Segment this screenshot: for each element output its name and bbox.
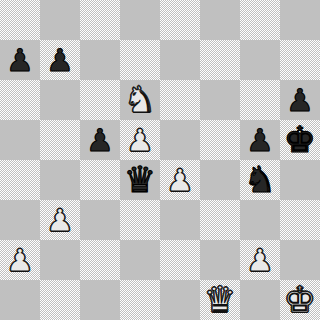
square-b3[interactable]: ♟ [40,200,80,240]
square-c3[interactable] [80,200,120,240]
square-g1[interactable] [240,280,280,320]
square-a7[interactable]: ♟ [0,40,40,80]
piece-white-king-h1[interactable]: ♚ [284,280,316,320]
piece-white-knight-d6[interactable]: ♞ [124,80,156,120]
square-c6[interactable] [80,80,120,120]
piece-black-pawn-a7[interactable]: ♟ [6,40,34,80]
square-b1[interactable] [40,280,80,320]
square-b5[interactable] [40,120,80,160]
square-b4[interactable] [40,160,80,200]
piece-white-pawn-g2[interactable]: ♟ [246,240,274,280]
square-f3[interactable] [200,200,240,240]
square-d4[interactable]: ♛ [120,160,160,200]
square-f4[interactable] [200,160,240,200]
piece-black-pawn-c5[interactable]: ♟ [86,120,114,160]
square-e1[interactable] [160,280,200,320]
square-d6[interactable]: ♞ [120,80,160,120]
square-e8[interactable] [160,0,200,40]
square-f7[interactable] [200,40,240,80]
piece-black-knight-g4[interactable]: ♞ [244,160,276,200]
square-e3[interactable] [160,200,200,240]
square-a3[interactable] [0,200,40,240]
square-h3[interactable] [280,200,320,240]
square-b2[interactable] [40,240,80,280]
square-c2[interactable] [80,240,120,280]
square-a6[interactable] [0,80,40,120]
square-h2[interactable] [280,240,320,280]
square-e2[interactable] [160,240,200,280]
square-c4[interactable] [80,160,120,200]
square-a2[interactable]: ♟ [0,240,40,280]
square-a5[interactable] [0,120,40,160]
square-d7[interactable] [120,40,160,80]
square-f2[interactable] [200,240,240,280]
piece-black-pawn-h6[interactable]: ♟ [286,80,314,120]
square-g6[interactable] [240,80,280,120]
piece-white-pawn-b3[interactable]: ♟ [46,200,74,240]
square-e7[interactable] [160,40,200,80]
piece-black-pawn-b7[interactable]: ♟ [46,40,74,80]
square-f8[interactable] [200,0,240,40]
square-d2[interactable] [120,240,160,280]
square-c7[interactable] [80,40,120,80]
piece-white-pawn-d5[interactable]: ♟ [126,120,154,160]
square-c5[interactable]: ♟ [80,120,120,160]
square-g5[interactable]: ♟ [240,120,280,160]
square-a1[interactable] [0,280,40,320]
square-b8[interactable] [40,0,80,40]
square-c1[interactable] [80,280,120,320]
piece-white-pawn-a2[interactable]: ♟ [6,240,34,280]
square-c8[interactable] [80,0,120,40]
square-d1[interactable] [120,280,160,320]
square-f5[interactable] [200,120,240,160]
square-b6[interactable] [40,80,80,120]
piece-black-pawn-g5[interactable]: ♟ [246,120,274,160]
square-g7[interactable] [240,40,280,80]
square-h4[interactable] [280,160,320,200]
square-a8[interactable] [0,0,40,40]
square-h8[interactable] [280,0,320,40]
square-b7[interactable]: ♟ [40,40,80,80]
square-g2[interactable]: ♟ [240,240,280,280]
square-e5[interactable] [160,120,200,160]
square-h7[interactable] [280,40,320,80]
square-f6[interactable] [200,80,240,120]
piece-black-queen-d4[interactable]: ♛ [124,160,156,200]
square-h1[interactable]: ♚ [280,280,320,320]
chess-board: ♟♟♞♟♟♟♟♚♛♟♞♟♟♟♛♚ [0,0,320,320]
square-d8[interactable] [120,0,160,40]
square-e6[interactable] [160,80,200,120]
piece-white-queen-f1[interactable]: ♛ [204,280,236,320]
piece-white-pawn-e4[interactable]: ♟ [166,160,194,200]
square-d5[interactable]: ♟ [120,120,160,160]
square-g8[interactable] [240,0,280,40]
square-h6[interactable]: ♟ [280,80,320,120]
square-g4[interactable]: ♞ [240,160,280,200]
square-d3[interactable] [120,200,160,240]
square-f1[interactable]: ♛ [200,280,240,320]
square-h5[interactable]: ♚ [280,120,320,160]
piece-black-king-h5[interactable]: ♚ [284,120,316,160]
square-a4[interactable] [0,160,40,200]
square-g3[interactable] [240,200,280,240]
square-e4[interactable]: ♟ [160,160,200,200]
